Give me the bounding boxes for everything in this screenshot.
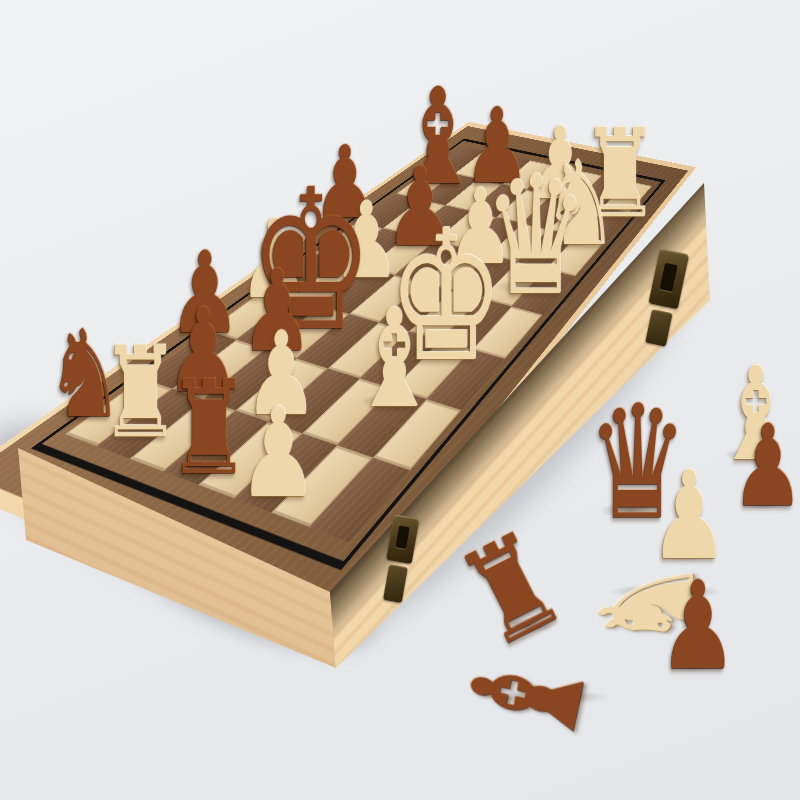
white-pawn-glyph: ♟ [238, 391, 318, 515]
pieces-layer: ♝♟♟♜♞♛♟♟♟♟♚♟♚♟♟♝♟♟♜♜♞♟♛♝♟♟♞♟♜♝ [0, 0, 800, 800]
product-photo-stage: ♝♟♟♜♞♛♟♟♟♟♚♟♚♟♟♝♟♟♜♜♞♟♛♝♟♟♞♟♜♝ [0, 0, 800, 800]
black-pawn-glyph: ♟ [732, 410, 800, 523]
black-pawn-glyph: ♟ [659, 565, 738, 687]
white-bishop-glyph: ♝ [350, 291, 438, 427]
